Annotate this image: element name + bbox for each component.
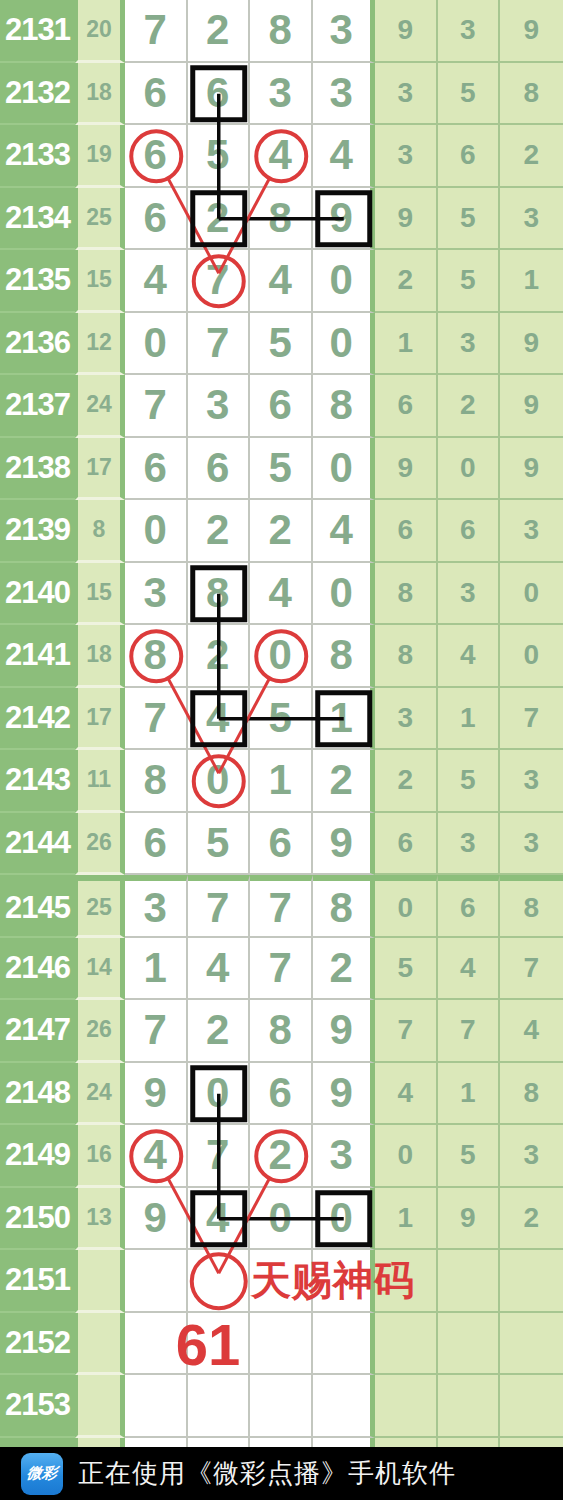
aux-cell: 3 xyxy=(438,0,501,63)
digit-cell: 2 xyxy=(188,1000,251,1063)
aux-cell: 8 xyxy=(375,625,438,688)
digit-cell xyxy=(313,1313,376,1376)
digit-cell: 4 xyxy=(125,250,188,313)
aux-cell: 9 xyxy=(500,438,563,501)
draw-row: 2145253778068 xyxy=(0,875,563,938)
digit-cell: 3 xyxy=(188,375,251,438)
digit-cell: 6 xyxy=(125,438,188,501)
sum-cell: 25 xyxy=(75,188,125,251)
draw-row: 213980224663 xyxy=(0,500,563,563)
digit-cell: 2 xyxy=(188,625,251,688)
digit-cell: 3 xyxy=(313,1125,376,1188)
digit-cell xyxy=(250,1375,313,1438)
aux-cell: 0 xyxy=(438,438,501,501)
digit-cell: 2 xyxy=(188,0,251,63)
sum-cell: 17 xyxy=(75,438,125,501)
aux-cell: 4 xyxy=(375,1063,438,1126)
aux-cell: 5 xyxy=(375,938,438,1001)
digit-cell: 9 xyxy=(313,1063,376,1126)
sum-cell: 17 xyxy=(75,688,125,751)
aux-cell xyxy=(438,1375,501,1438)
digit-cell: 0 xyxy=(188,750,251,813)
digit-cell: 0 xyxy=(313,313,376,376)
digit-cell: 8 xyxy=(313,375,376,438)
draw-row: 2133196544362 xyxy=(0,125,563,188)
sum-cell: 12 xyxy=(75,313,125,376)
aux-cell: 7 xyxy=(375,1000,438,1063)
aux-cell: 3 xyxy=(375,63,438,126)
aux-cell: 1 xyxy=(500,250,563,313)
aux-cell: 5 xyxy=(438,750,501,813)
aux-cell: 3 xyxy=(375,688,438,751)
period-cell: 2145 xyxy=(0,875,75,938)
digit-cell: 0 xyxy=(313,1188,376,1251)
period-cell: 2135 xyxy=(0,250,75,313)
period-cell: 2142 xyxy=(0,688,75,751)
sum-cell: 24 xyxy=(75,375,125,438)
digit-cell xyxy=(188,1438,251,1448)
draw-row: 2131207283939 xyxy=(0,0,563,63)
period-cell: 2150 xyxy=(0,1188,75,1251)
digit-cell: 3 xyxy=(313,63,376,126)
period-cell: 2151 xyxy=(0,1250,75,1313)
digit-cell: 0 xyxy=(313,563,376,626)
lottery-trend-chart-screen: 2131207283939213218663335821331965443622… xyxy=(0,0,563,1500)
digit-cell: 9 xyxy=(313,188,376,251)
aux-cell: 0 xyxy=(375,1125,438,1188)
digit-cell: 5 xyxy=(250,438,313,501)
draw-row: 2141188208840 xyxy=(0,625,563,688)
aux-cell: 3 xyxy=(375,125,438,188)
digit-cell xyxy=(250,1438,313,1448)
sum-cell xyxy=(75,1375,125,1438)
digit-cell: 0 xyxy=(188,1063,251,1126)
number-grid: 2131207283939213218663335821331965443622… xyxy=(0,0,563,1447)
digit-cell: 6 xyxy=(125,125,188,188)
aux-cell: 2 xyxy=(375,250,438,313)
aux-cell: 5 xyxy=(438,188,501,251)
aux-cell xyxy=(375,1438,438,1448)
aux-cell: 2 xyxy=(500,1188,563,1251)
digit-cell xyxy=(313,1375,376,1438)
aux-cell: 2 xyxy=(375,750,438,813)
aux-cell xyxy=(500,1438,563,1448)
digit-cell: 6 xyxy=(125,813,188,876)
digit-cell: 7 xyxy=(188,313,251,376)
digit-cell: 8 xyxy=(313,875,376,938)
digit-cell: 4 xyxy=(250,250,313,313)
aux-cell: 9 xyxy=(500,375,563,438)
aux-cell xyxy=(438,1313,501,1376)
aux-cell: 3 xyxy=(500,750,563,813)
digit-cell xyxy=(125,1438,188,1448)
app-logo-text: 微彩 xyxy=(26,1464,58,1483)
draw-row: 2146141472547 xyxy=(0,938,563,1001)
digit-cell: 9 xyxy=(313,813,376,876)
aux-cell: 9 xyxy=(500,0,563,63)
aux-cell: 9 xyxy=(375,0,438,63)
digit-cell: 0 xyxy=(125,313,188,376)
digit-cell xyxy=(188,1250,251,1313)
draw-row: 2135154740251 xyxy=(0,250,563,313)
digit-cell: 1 xyxy=(313,688,376,751)
digit-cell: 6 xyxy=(188,63,251,126)
digit-cell: 9 xyxy=(313,1000,376,1063)
sum-cell: 19 xyxy=(75,125,125,188)
sum-cell: 20 xyxy=(75,0,125,63)
aux-cell: 9 xyxy=(375,188,438,251)
period-cell: 2143 xyxy=(0,750,75,813)
sum-cell: 15 xyxy=(75,563,125,626)
digit-cell: 7 xyxy=(125,688,188,751)
predicted-number: 61 xyxy=(176,1311,241,1378)
period-cell: 2149 xyxy=(0,1125,75,1188)
digit-cell: 1 xyxy=(125,938,188,1001)
digit-cell: 0 xyxy=(250,625,313,688)
aux-cell xyxy=(375,1313,438,1376)
gift-code-label: 天赐神码 xyxy=(251,1253,415,1308)
aux-cell: 5 xyxy=(438,250,501,313)
digit-cell: 0 xyxy=(250,1188,313,1251)
digit-cell: 7 xyxy=(250,938,313,1001)
draw-row: 2147267289774 xyxy=(0,1000,563,1063)
aux-cell: 5 xyxy=(438,63,501,126)
aux-cell: 3 xyxy=(500,500,563,563)
aux-cell: 6 xyxy=(438,500,501,563)
digit-cell: 4 xyxy=(188,688,251,751)
draw-row: 2152 xyxy=(0,1313,563,1376)
digit-cell xyxy=(125,1250,188,1313)
aux-cell: 0 xyxy=(500,563,563,626)
period-cell: 2131 xyxy=(0,0,75,63)
digit-cell: 7 xyxy=(188,1125,251,1188)
aux-cell: 2 xyxy=(438,375,501,438)
draw-row: 2153 xyxy=(0,1375,563,1438)
digit-cell: 4 xyxy=(250,125,313,188)
digit-cell: 6 xyxy=(250,813,313,876)
aux-cell: 8 xyxy=(500,63,563,126)
draw-row: 2144266569633 xyxy=(0,813,563,876)
aux-cell: 4 xyxy=(438,938,501,1001)
app-logo-icon: 微彩 xyxy=(21,1453,63,1495)
digit-cell: 9 xyxy=(125,1188,188,1251)
sum-cell: 11 xyxy=(75,750,125,813)
period-cell: 2146 xyxy=(0,938,75,1001)
aux-cell: 4 xyxy=(500,1000,563,1063)
digit-cell: 6 xyxy=(125,188,188,251)
period-cell: 2152 xyxy=(0,1313,75,1376)
draw-row: 2138176650909 xyxy=(0,438,563,501)
digit-cell: 2 xyxy=(313,938,376,1001)
digit-cell: 8 xyxy=(250,1000,313,1063)
period-cell: 2147 xyxy=(0,1000,75,1063)
aux-cell: 8 xyxy=(500,875,563,938)
aux-cell: 3 xyxy=(500,1125,563,1188)
sum-cell: 13 xyxy=(75,1188,125,1251)
period-cell: 2139 xyxy=(0,500,75,563)
digit-cell: 4 xyxy=(125,1125,188,1188)
digit-cell: 0 xyxy=(313,438,376,501)
aux-cell: 9 xyxy=(375,438,438,501)
sum-cell: 15 xyxy=(75,250,125,313)
aux-cell xyxy=(438,1438,501,1448)
draw-row xyxy=(0,1438,563,1448)
aux-cell: 6 xyxy=(375,813,438,876)
digit-cell: 0 xyxy=(125,500,188,563)
digit-cell: 4 xyxy=(188,938,251,1001)
period-cell xyxy=(0,1438,75,1448)
digit-cell: 5 xyxy=(250,313,313,376)
digit-cell: 3 xyxy=(125,563,188,626)
digit-cell: 8 xyxy=(188,563,251,626)
period-cell: 2144 xyxy=(0,813,75,876)
aux-cell: 3 xyxy=(500,188,563,251)
sum-cell: 18 xyxy=(75,625,125,688)
aux-cell: 6 xyxy=(375,375,438,438)
sum-cell: 26 xyxy=(75,1000,125,1063)
period-cell: 2140 xyxy=(0,563,75,626)
digit-cell: 7 xyxy=(125,0,188,63)
digit-cell xyxy=(188,1375,251,1438)
aux-cell: 3 xyxy=(438,313,501,376)
aux-cell: 1 xyxy=(438,688,501,751)
digit-cell: 7 xyxy=(188,875,251,938)
digit-cell: 8 xyxy=(313,625,376,688)
digit-cell: 1 xyxy=(250,750,313,813)
sum-cell: 25 xyxy=(75,875,125,938)
period-cell: 2133 xyxy=(0,125,75,188)
aux-cell: 1 xyxy=(375,313,438,376)
aux-cell: 4 xyxy=(438,625,501,688)
aux-cell: 3 xyxy=(500,813,563,876)
aux-cell: 7 xyxy=(438,1000,501,1063)
draw-row: 2148249069418 xyxy=(0,1063,563,1126)
draw-row: 2137247368629 xyxy=(0,375,563,438)
digit-cell: 2 xyxy=(250,500,313,563)
digit-cell: 7 xyxy=(250,875,313,938)
digit-cell: 3 xyxy=(125,875,188,938)
digit-cell: 2 xyxy=(188,188,251,251)
aux-cell: 7 xyxy=(500,938,563,1001)
aux-cell: 6 xyxy=(438,125,501,188)
sum-cell: 16 xyxy=(75,1125,125,1188)
draw-row: 2149164723053 xyxy=(0,1125,563,1188)
digit-cell: 0 xyxy=(313,250,376,313)
digit-cell: 8 xyxy=(250,0,313,63)
digit-cell: 2 xyxy=(250,1125,313,1188)
period-cell: 2138 xyxy=(0,438,75,501)
aux-cell: 1 xyxy=(438,1063,501,1126)
digit-cell: 9 xyxy=(125,1063,188,1126)
digit-cell: 2 xyxy=(188,500,251,563)
draw-row: 2140153840830 xyxy=(0,563,563,626)
digit-cell: 6 xyxy=(250,1063,313,1126)
period-cell: 2132 xyxy=(0,63,75,126)
sum-cell xyxy=(75,1313,125,1376)
aux-cell: 0 xyxy=(375,875,438,938)
aux-cell xyxy=(500,1250,563,1313)
sum-cell: 18 xyxy=(75,63,125,126)
draw-row: 2142177451317 xyxy=(0,688,563,751)
digit-cell: 4 xyxy=(313,125,376,188)
sum-cell: 14 xyxy=(75,938,125,1001)
digit-cell: 5 xyxy=(188,125,251,188)
aux-cell: 8 xyxy=(375,563,438,626)
aux-cell: 3 xyxy=(438,813,501,876)
sum-cell xyxy=(75,1250,125,1313)
digit-cell: 7 xyxy=(125,1000,188,1063)
digit-cell: 5 xyxy=(250,688,313,751)
aux-cell: 5 xyxy=(438,1125,501,1188)
aux-cell: 9 xyxy=(438,1188,501,1251)
aux-cell xyxy=(438,1250,501,1313)
aux-cell: 6 xyxy=(375,500,438,563)
aux-cell: 2 xyxy=(500,125,563,188)
period-cell: 2148 xyxy=(0,1063,75,1126)
digit-cell xyxy=(250,1313,313,1376)
period-cell: 2136 xyxy=(0,313,75,376)
aux-cell xyxy=(375,1375,438,1438)
digit-cell: 8 xyxy=(125,750,188,813)
draw-row: 2150139400192 xyxy=(0,1188,563,1251)
draw-row: 2132186633358 xyxy=(0,63,563,126)
aux-cell: 1 xyxy=(375,1188,438,1251)
digit-cell: 6 xyxy=(188,438,251,501)
sum-cell: 24 xyxy=(75,1063,125,1126)
digit-cell: 4 xyxy=(188,1188,251,1251)
digit-cell xyxy=(313,1438,376,1448)
aux-cell xyxy=(500,1313,563,1376)
digit-cell: 7 xyxy=(188,250,251,313)
draw-row: 2134256289953 xyxy=(0,188,563,251)
digit-cell: 4 xyxy=(313,500,376,563)
digit-cell: 3 xyxy=(313,0,376,63)
digit-cell: 8 xyxy=(250,188,313,251)
period-cell: 2141 xyxy=(0,625,75,688)
aux-cell: 3 xyxy=(438,563,501,626)
digit-cell: 4 xyxy=(250,563,313,626)
digit-cell: 8 xyxy=(125,625,188,688)
period-cell: 2153 xyxy=(0,1375,75,1438)
digit-cell: 7 xyxy=(125,375,188,438)
aux-cell: 8 xyxy=(500,1063,563,1126)
digit-cell: 3 xyxy=(250,63,313,126)
aux-cell: 0 xyxy=(500,625,563,688)
aux-cell: 7 xyxy=(500,688,563,751)
watermark-message: 正在使用《微彩点播》手机软件 xyxy=(78,1456,456,1491)
digit-cell: 6 xyxy=(250,375,313,438)
sum-cell: 26 xyxy=(75,813,125,876)
sum-cell: 8 xyxy=(75,500,125,563)
watermark-bar: 微彩 正在使用《微彩点播》手机软件 xyxy=(0,1447,563,1500)
sum-cell xyxy=(75,1438,125,1448)
draw-row: 2143118012253 xyxy=(0,750,563,813)
period-cell: 2137 xyxy=(0,375,75,438)
aux-cell: 6 xyxy=(438,875,501,938)
digit-cell: 5 xyxy=(188,813,251,876)
digit-cell xyxy=(125,1375,188,1438)
aux-cell: 9 xyxy=(500,313,563,376)
draw-row: 2136120750139 xyxy=(0,313,563,376)
digit-cell: 2 xyxy=(313,750,376,813)
period-cell: 2134 xyxy=(0,188,75,251)
aux-cell xyxy=(500,1375,563,1438)
digit-cell: 6 xyxy=(125,63,188,126)
